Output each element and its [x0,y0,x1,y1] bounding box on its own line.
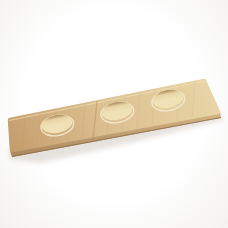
product-photo-canvas [0,0,228,228]
wooden-tray-photo [0,0,228,228]
